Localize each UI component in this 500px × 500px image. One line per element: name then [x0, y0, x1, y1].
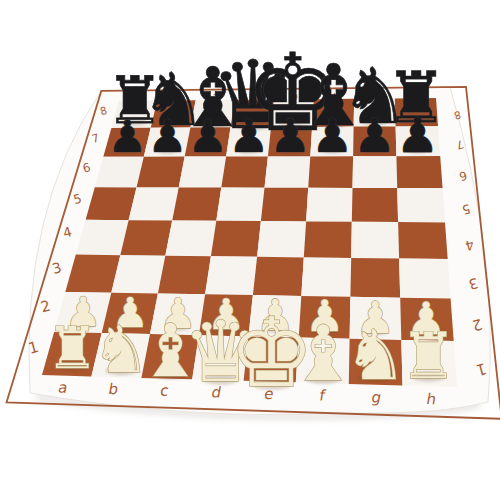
square-b3: [111, 255, 165, 293]
piece-black-pawn-f7: ♟: [311, 108, 353, 163]
piece-black-pawn-d7: ♟: [228, 109, 269, 163]
piece-black-pawn-h7: ♟: [396, 107, 439, 163]
square-h4: [398, 222, 448, 259]
piece-black-pawn-e7: ♟: [270, 109, 312, 163]
square-d5: [216, 188, 264, 222]
piece-black-pawn-g7: ♟: [353, 108, 396, 163]
square-d4: [211, 221, 261, 257]
square-f4: [304, 221, 352, 258]
square-e4: [257, 221, 306, 257]
square-b4: [120, 220, 172, 256]
piece-black-pawn-a7: ♟: [107, 111, 147, 162]
square-c4: [165, 221, 216, 257]
square-d3: [205, 256, 257, 295]
square-g5: [352, 188, 398, 222]
product-photo-stage: 8877665544332211aabbccddeeffgghh♜♞♝♛♚♝♞♜…: [0, 0, 500, 500]
square-b5: [129, 187, 179, 220]
square-e5: [261, 188, 308, 222]
piece-white-rook-a1: ♜: [47, 315, 99, 382]
piece-black-pawn-c7: ♟: [188, 110, 229, 163]
square-c5: [172, 188, 221, 221]
piece-white-knight-g1: ♞: [344, 315, 406, 395]
piece-black-pawn-b7: ♟: [147, 110, 187, 163]
square-h5: [397, 188, 445, 222]
square-g4: [351, 222, 399, 259]
piece-white-rook-h1: ♜: [400, 319, 457, 393]
chessboard-photo: 8877665544332211aabbccddeeffgghh♜♞♝♛♚♝♞♜…: [0, 0, 500, 500]
square-f5: [306, 188, 352, 222]
